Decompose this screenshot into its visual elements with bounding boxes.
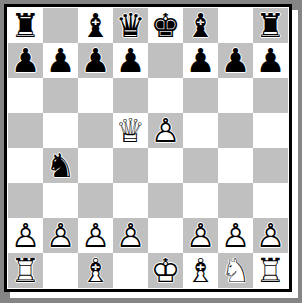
square-b2[interactable]: ♟♙ <box>43 218 78 253</box>
black-bishop[interactable]: ♝ <box>81 9 111 42</box>
square-b6[interactable] <box>43 78 78 113</box>
square-e3[interactable] <box>148 183 183 218</box>
square-h2[interactable]: ♟♙ <box>253 218 288 253</box>
square-f1[interactable]: ♝♗ <box>183 253 218 288</box>
piece-outline: ♖ <box>256 254 286 287</box>
white-pawn[interactable]: ♟♙ <box>11 219 41 252</box>
white-pawn[interactable]: ♟♙ <box>256 219 286 252</box>
white-knight[interactable]: ♞♘ <box>221 254 251 287</box>
white-pawn[interactable]: ♟♙ <box>81 219 111 252</box>
square-e8[interactable]: ♚ <box>148 8 183 43</box>
piece-outline: ♙ <box>221 219 251 252</box>
white-bishop[interactable]: ♝♗ <box>81 254 111 287</box>
piece-glyph: ♝ <box>186 9 216 42</box>
square-h8[interactable]: ♜ <box>253 8 288 43</box>
black-pawn[interactable]: ♟ <box>116 44 146 77</box>
square-a5[interactable] <box>8 113 43 148</box>
square-h3[interactable] <box>253 183 288 218</box>
square-e7[interactable] <box>148 43 183 78</box>
square-c6[interactable] <box>78 78 113 113</box>
board-frame: ♜♝♛♚♝♜♟♟♟♟♟♟♟♛♕♟♙♞♟♙♟♙♟♙♟♙♟♙♟♙♟♙♜♖♝♗♚♔♝♗… <box>4 4 292 292</box>
square-g8[interactable] <box>218 8 253 43</box>
square-b7[interactable]: ♟ <box>43 43 78 78</box>
square-d7[interactable]: ♟ <box>113 43 148 78</box>
piece-glyph: ♟ <box>256 44 286 77</box>
square-a7[interactable]: ♟ <box>8 43 43 78</box>
black-pawn[interactable]: ♟ <box>81 44 111 77</box>
black-pawn[interactable]: ♟ <box>11 44 41 77</box>
square-g1[interactable]: ♞♘ <box>218 253 253 288</box>
square-h6[interactable] <box>253 78 288 113</box>
square-b8[interactable] <box>43 8 78 43</box>
square-e4[interactable] <box>148 148 183 183</box>
square-d8[interactable]: ♛ <box>113 8 148 43</box>
square-c4[interactable] <box>78 148 113 183</box>
black-bishop[interactable]: ♝ <box>186 9 216 42</box>
square-f3[interactable] <box>183 183 218 218</box>
square-d1[interactable] <box>113 253 148 288</box>
square-a6[interactable] <box>8 78 43 113</box>
square-b5[interactable] <box>43 113 78 148</box>
piece-glyph: ♟ <box>116 44 146 77</box>
square-e2[interactable] <box>148 218 183 253</box>
black-pawn[interactable]: ♟ <box>221 44 251 77</box>
square-c5[interactable] <box>78 113 113 148</box>
white-queen[interactable]: ♛♕ <box>116 114 146 147</box>
piece-glyph: ♟ <box>186 44 216 77</box>
black-queen[interactable]: ♛ <box>116 9 146 42</box>
piece-glyph: ♟ <box>221 44 251 77</box>
white-rook[interactable]: ♜♖ <box>256 254 286 287</box>
piece-outline: ♙ <box>256 219 286 252</box>
square-c1[interactable]: ♝♗ <box>78 253 113 288</box>
piece-outline: ♙ <box>81 219 111 252</box>
square-g3[interactable] <box>218 183 253 218</box>
piece-outline: ♘ <box>221 254 251 287</box>
piece-outline: ♗ <box>186 254 216 287</box>
square-c3[interactable] <box>78 183 113 218</box>
square-d4[interactable] <box>113 148 148 183</box>
black-king[interactable]: ♚ <box>151 9 181 42</box>
piece-outline: ♙ <box>186 219 216 252</box>
square-h5[interactable] <box>253 113 288 148</box>
white-pawn[interactable]: ♟♙ <box>186 219 216 252</box>
square-f5[interactable] <box>183 113 218 148</box>
square-f8[interactable]: ♝ <box>183 8 218 43</box>
white-pawn[interactable]: ♟♙ <box>221 219 251 252</box>
square-a3[interactable] <box>8 183 43 218</box>
piece-glyph: ♚ <box>151 9 181 42</box>
square-a4[interactable] <box>8 148 43 183</box>
square-c8[interactable]: ♝ <box>78 8 113 43</box>
piece-outline: ♖ <box>11 254 41 287</box>
black-rook[interactable]: ♜ <box>256 9 286 42</box>
black-pawn[interactable]: ♟ <box>46 44 76 77</box>
square-c7[interactable]: ♟ <box>78 43 113 78</box>
square-g5[interactable] <box>218 113 253 148</box>
piece-glyph: ♜ <box>11 9 41 42</box>
square-b3[interactable] <box>43 183 78 218</box>
piece-glyph: ♞ <box>46 149 76 182</box>
piece-outline: ♙ <box>46 219 76 252</box>
black-rook[interactable]: ♜ <box>11 9 41 42</box>
piece-glyph: ♝ <box>81 9 111 42</box>
white-pawn[interactable]: ♟♙ <box>46 219 76 252</box>
square-h4[interactable] <box>253 148 288 183</box>
square-d5[interactable]: ♛♕ <box>113 113 148 148</box>
square-h7[interactable]: ♟ <box>253 43 288 78</box>
white-pawn[interactable]: ♟♙ <box>151 114 181 147</box>
square-e1[interactable]: ♚♔ <box>148 253 183 288</box>
square-b1[interactable] <box>43 253 78 288</box>
square-f2[interactable]: ♟♙ <box>183 218 218 253</box>
square-e6[interactable] <box>148 78 183 113</box>
square-h1[interactable]: ♜♖ <box>253 253 288 288</box>
white-bishop[interactable]: ♝♗ <box>186 254 216 287</box>
piece-glyph: ♟ <box>81 44 111 77</box>
square-c2[interactable]: ♟♙ <box>78 218 113 253</box>
black-knight[interactable]: ♞ <box>46 149 76 182</box>
black-pawn[interactable]: ♟ <box>256 44 286 77</box>
piece-outline: ♙ <box>151 114 181 147</box>
square-a8[interactable]: ♜ <box>8 8 43 43</box>
square-e5[interactable]: ♟♙ <box>148 113 183 148</box>
piece-outline: ♗ <box>81 254 111 287</box>
piece-outline: ♔ <box>151 254 181 287</box>
piece-outline: ♙ <box>116 219 146 252</box>
piece-outline: ♙ <box>11 219 41 252</box>
square-d3[interactable] <box>113 183 148 218</box>
piece-glyph: ♟ <box>11 44 41 77</box>
square-g4[interactable] <box>218 148 253 183</box>
white-pawn[interactable]: ♟♙ <box>116 219 146 252</box>
square-f7[interactable]: ♟ <box>183 43 218 78</box>
square-d6[interactable] <box>113 78 148 113</box>
square-f4[interactable] <box>183 148 218 183</box>
square-g7[interactable]: ♟ <box>218 43 253 78</box>
square-g2[interactable]: ♟♙ <box>218 218 253 253</box>
piece-outline: ♕ <box>116 114 146 147</box>
chess-board[interactable]: ♜♝♛♚♝♜♟♟♟♟♟♟♟♛♕♟♙♞♟♙♟♙♟♙♟♙♟♙♟♙♟♙♜♖♝♗♚♔♝♗… <box>8 8 288 288</box>
white-rook[interactable]: ♜♖ <box>11 254 41 287</box>
square-a1[interactable]: ♜♖ <box>8 253 43 288</box>
square-b4[interactable]: ♞ <box>43 148 78 183</box>
chess-diagram: ♜♝♛♚♝♜♟♟♟♟♟♟♟♛♕♟♙♞♟♙♟♙♟♙♟♙♟♙♟♙♟♙♜♖♝♗♚♔♝♗… <box>0 0 302 303</box>
square-f6[interactable] <box>183 78 218 113</box>
black-pawn[interactable]: ♟ <box>186 44 216 77</box>
square-d2[interactable]: ♟♙ <box>113 218 148 253</box>
square-a2[interactable]: ♟♙ <box>8 218 43 253</box>
piece-glyph: ♛ <box>116 9 146 42</box>
white-king[interactable]: ♚♔ <box>151 254 181 287</box>
square-g6[interactable] <box>218 78 253 113</box>
piece-glyph: ♟ <box>46 44 76 77</box>
piece-glyph: ♜ <box>256 9 286 42</box>
